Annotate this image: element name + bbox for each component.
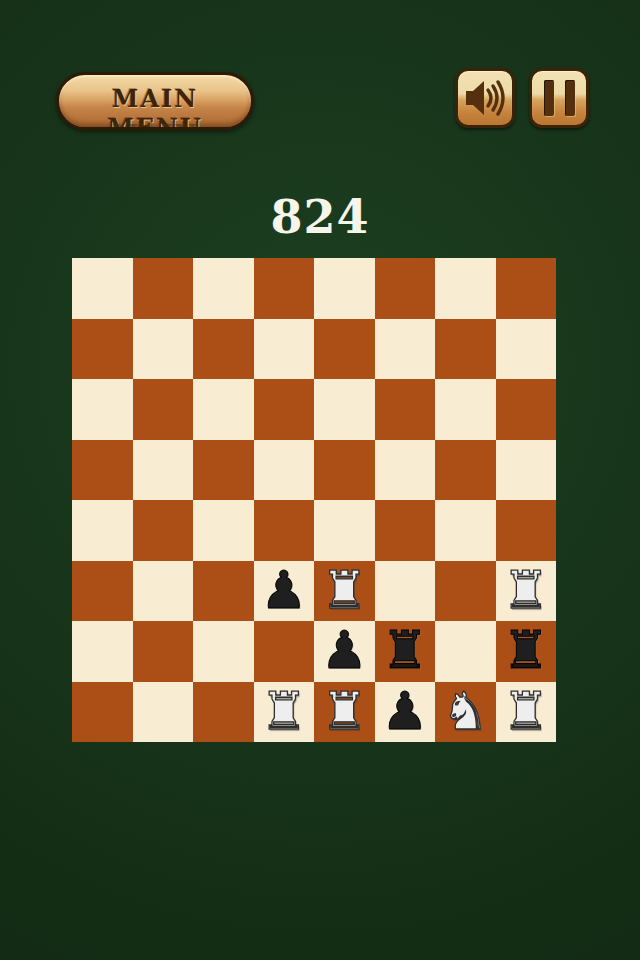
square-a1[interactable] xyxy=(72,682,133,743)
square-f6[interactable] xyxy=(375,379,436,440)
speaker-icon xyxy=(463,76,507,120)
square-b1[interactable] xyxy=(133,682,194,743)
pause-icon xyxy=(544,80,575,116)
piece-bP[interactable]: ♟ xyxy=(381,685,428,737)
square-d4[interactable] xyxy=(254,500,315,561)
square-h2[interactable]: ♜ xyxy=(496,621,557,682)
square-f5[interactable] xyxy=(375,440,436,501)
square-c2[interactable] xyxy=(193,621,254,682)
square-c3[interactable] xyxy=(193,561,254,622)
square-h6[interactable] xyxy=(496,379,557,440)
square-d6[interactable] xyxy=(254,379,315,440)
square-g3[interactable] xyxy=(435,561,496,622)
square-b3[interactable] xyxy=(133,561,194,622)
square-a3[interactable] xyxy=(72,561,133,622)
square-h1[interactable]: ♜ xyxy=(496,682,557,743)
square-c8[interactable] xyxy=(193,258,254,319)
square-h4[interactable] xyxy=(496,500,557,561)
square-g7[interactable] xyxy=(435,319,496,380)
square-d5[interactable] xyxy=(254,440,315,501)
square-g5[interactable] xyxy=(435,440,496,501)
square-g4[interactable] xyxy=(435,500,496,561)
piece-wR[interactable]: ♜ xyxy=(260,685,307,737)
piece-bR[interactable]: ♜ xyxy=(381,624,428,676)
piece-wR[interactable]: ♜ xyxy=(321,685,368,737)
square-a8[interactable] xyxy=(72,258,133,319)
square-h3[interactable]: ♜ xyxy=(496,561,557,622)
square-g8[interactable] xyxy=(435,258,496,319)
square-f3[interactable] xyxy=(375,561,436,622)
square-f7[interactable] xyxy=(375,319,436,380)
square-g6[interactable] xyxy=(435,379,496,440)
piece-wR[interactable]: ♜ xyxy=(321,564,368,616)
square-c4[interactable] xyxy=(193,500,254,561)
square-g2[interactable] xyxy=(435,621,496,682)
piece-wN[interactable]: ♞ xyxy=(442,685,489,737)
piece-bP[interactable]: ♟ xyxy=(321,624,368,676)
square-f4[interactable] xyxy=(375,500,436,561)
square-a4[interactable] xyxy=(72,500,133,561)
square-a2[interactable] xyxy=(72,621,133,682)
square-b8[interactable] xyxy=(133,258,194,319)
square-b6[interactable] xyxy=(133,379,194,440)
pause-button[interactable] xyxy=(529,68,589,128)
piece-wR[interactable]: ♜ xyxy=(502,564,549,616)
square-b7[interactable] xyxy=(133,319,194,380)
square-f1[interactable]: ♟ xyxy=(375,682,436,743)
square-h7[interactable] xyxy=(496,319,557,380)
piece-wR[interactable]: ♜ xyxy=(502,685,549,737)
square-d3[interactable]: ♟ xyxy=(254,561,315,622)
square-a6[interactable] xyxy=(72,379,133,440)
square-e8[interactable] xyxy=(314,258,375,319)
score-display: 824 xyxy=(0,190,640,244)
square-f2[interactable]: ♜ xyxy=(375,621,436,682)
square-d7[interactable] xyxy=(254,319,315,380)
sound-button[interactable] xyxy=(455,68,515,128)
square-e1[interactable]: ♜ xyxy=(314,682,375,743)
square-b4[interactable] xyxy=(133,500,194,561)
square-e6[interactable] xyxy=(314,379,375,440)
square-e5[interactable] xyxy=(314,440,375,501)
square-c1[interactable] xyxy=(193,682,254,743)
square-c5[interactable] xyxy=(193,440,254,501)
square-d8[interactable] xyxy=(254,258,315,319)
square-e3[interactable]: ♜ xyxy=(314,561,375,622)
square-d2[interactable] xyxy=(254,621,315,682)
square-b5[interactable] xyxy=(133,440,194,501)
square-e7[interactable] xyxy=(314,319,375,380)
square-d1[interactable]: ♜ xyxy=(254,682,315,743)
square-c7[interactable] xyxy=(193,319,254,380)
square-a5[interactable] xyxy=(72,440,133,501)
chess-board: ♟♜♜♟♜♜♜♜♟♞♜ xyxy=(72,258,556,742)
main-menu-button[interactable]: MAIN MENU MAIN MENU xyxy=(56,72,254,130)
game-screen: MAIN MENU MAIN MENU 824 ♟♜♜♟♜♜♜♜♟♞♜ xyxy=(0,0,640,960)
square-f8[interactable] xyxy=(375,258,436,319)
square-h5[interactable] xyxy=(496,440,557,501)
square-c6[interactable] xyxy=(193,379,254,440)
square-e2[interactable]: ♟ xyxy=(314,621,375,682)
piece-bR[interactable]: ♜ xyxy=(502,624,549,676)
square-g1[interactable]: ♞ xyxy=(435,682,496,743)
square-a7[interactable] xyxy=(72,319,133,380)
piece-bP[interactable]: ♟ xyxy=(260,564,307,616)
square-h8[interactable] xyxy=(496,258,557,319)
square-b2[interactable] xyxy=(133,621,194,682)
square-e4[interactable] xyxy=(314,500,375,561)
main-menu-label-reflection: MAIN MENU xyxy=(59,119,251,130)
